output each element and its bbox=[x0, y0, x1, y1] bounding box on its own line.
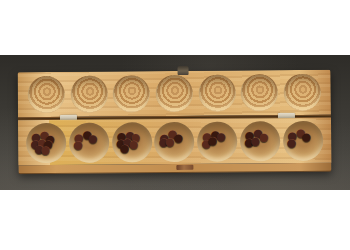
seed: ● bbox=[296, 127, 306, 138]
pit-bottom-7[interactable]: ●●●● bbox=[283, 120, 323, 160]
seed: ● bbox=[43, 139, 53, 150]
seed: ● bbox=[41, 144, 51, 155]
board-front-edge bbox=[18, 163, 331, 175]
seed: ● bbox=[88, 133, 98, 144]
pit-bottom-5[interactable]: ●●●●● bbox=[197, 121, 237, 161]
seed: ● bbox=[245, 130, 255, 141]
seed: ● bbox=[31, 132, 41, 143]
bottom-pit-row: ●●●●●●●●●●●●●●●●●●●●●●●●●●●●●●●●●●●●●● bbox=[18, 118, 331, 166]
pit-top-2[interactable] bbox=[70, 76, 107, 113]
top-clasp bbox=[178, 66, 189, 75]
seed: ● bbox=[117, 131, 127, 142]
seed: ● bbox=[30, 138, 40, 149]
seed: ● bbox=[34, 144, 44, 155]
seed: ● bbox=[45, 134, 55, 145]
pit-bottom-2[interactable]: ●●●● bbox=[69, 122, 109, 162]
seed: ● bbox=[73, 139, 83, 150]
seed: ● bbox=[159, 132, 169, 143]
seed: ● bbox=[122, 137, 132, 148]
seed: ● bbox=[288, 131, 298, 142]
seed: ● bbox=[120, 143, 130, 154]
seed: ● bbox=[287, 137, 297, 148]
seed: ● bbox=[202, 131, 212, 142]
seed: ● bbox=[302, 131, 312, 142]
pit-bottom-3[interactable]: ●●●●●●● bbox=[112, 122, 152, 162]
seed: ● bbox=[125, 130, 135, 141]
seed: ● bbox=[244, 136, 254, 147]
pit-top-7[interactable] bbox=[284, 74, 321, 111]
seed: ● bbox=[208, 135, 218, 146]
seed: ● bbox=[74, 132, 84, 143]
seed: ● bbox=[210, 129, 220, 140]
seed: ● bbox=[159, 137, 169, 148]
pit-top-6[interactable] bbox=[241, 74, 278, 111]
pit-top-3[interactable] bbox=[113, 75, 150, 112]
seed: ● bbox=[116, 138, 126, 149]
board-lid bbox=[18, 70, 331, 118]
pit-bottom-1[interactable]: ●●●●●●●● bbox=[26, 122, 66, 162]
seed: ● bbox=[201, 138, 211, 149]
seed: ● bbox=[165, 136, 175, 147]
seed: ● bbox=[131, 131, 141, 142]
seed: ● bbox=[37, 138, 47, 149]
seed: ● bbox=[173, 132, 183, 143]
seed: ● bbox=[82, 129, 92, 140]
seed: ● bbox=[216, 131, 226, 142]
pit-top-5[interactable] bbox=[198, 74, 235, 111]
bottom-clasp bbox=[176, 165, 193, 170]
seed: ● bbox=[253, 128, 263, 139]
seed: ● bbox=[259, 132, 269, 143]
seed: ● bbox=[40, 130, 50, 141]
mancala-board: ●●●●●●●●●●●●●●●●●●●●●●●●●●●●●●●●●●●●●● bbox=[18, 70, 332, 174]
seed: ● bbox=[168, 128, 178, 139]
pit-bottom-6[interactable]: ●●●●● bbox=[240, 121, 280, 161]
photo-background: ●●●●●●●●●●●●●●●●●●●●●●●●●●●●●●●●●●●●●● bbox=[0, 55, 350, 190]
seed: ● bbox=[250, 136, 260, 147]
pit-bottom-4[interactable]: ●●●●● bbox=[154, 121, 194, 161]
top-pit-row bbox=[18, 70, 331, 118]
seed: ● bbox=[129, 138, 139, 149]
pit-top-1[interactable] bbox=[27, 76, 64, 113]
pit-top-4[interactable] bbox=[156, 75, 193, 112]
board-base: ●●●●●●●●●●●●●●●●●●●●●●●●●●●●●●●●●●●●●● bbox=[18, 118, 331, 166]
